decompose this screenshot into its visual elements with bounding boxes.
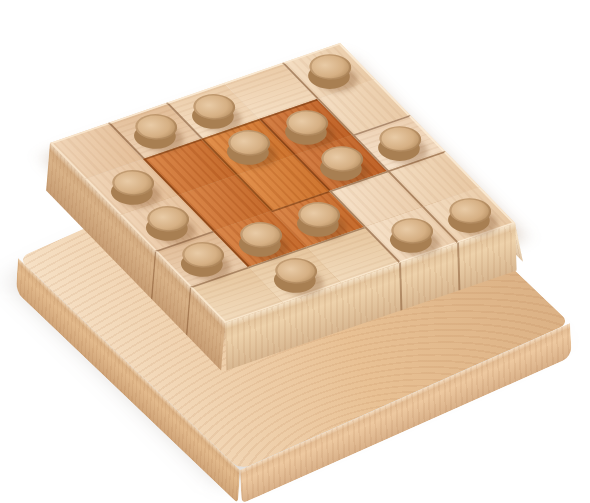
front-face-piece-seam	[399, 262, 402, 310]
left-face-piece-seam	[186, 287, 191, 336]
left-face-piece-seam	[151, 251, 156, 300]
puzzle-photo-scene	[0, 0, 590, 503]
front-face-piece-seam	[457, 242, 460, 290]
